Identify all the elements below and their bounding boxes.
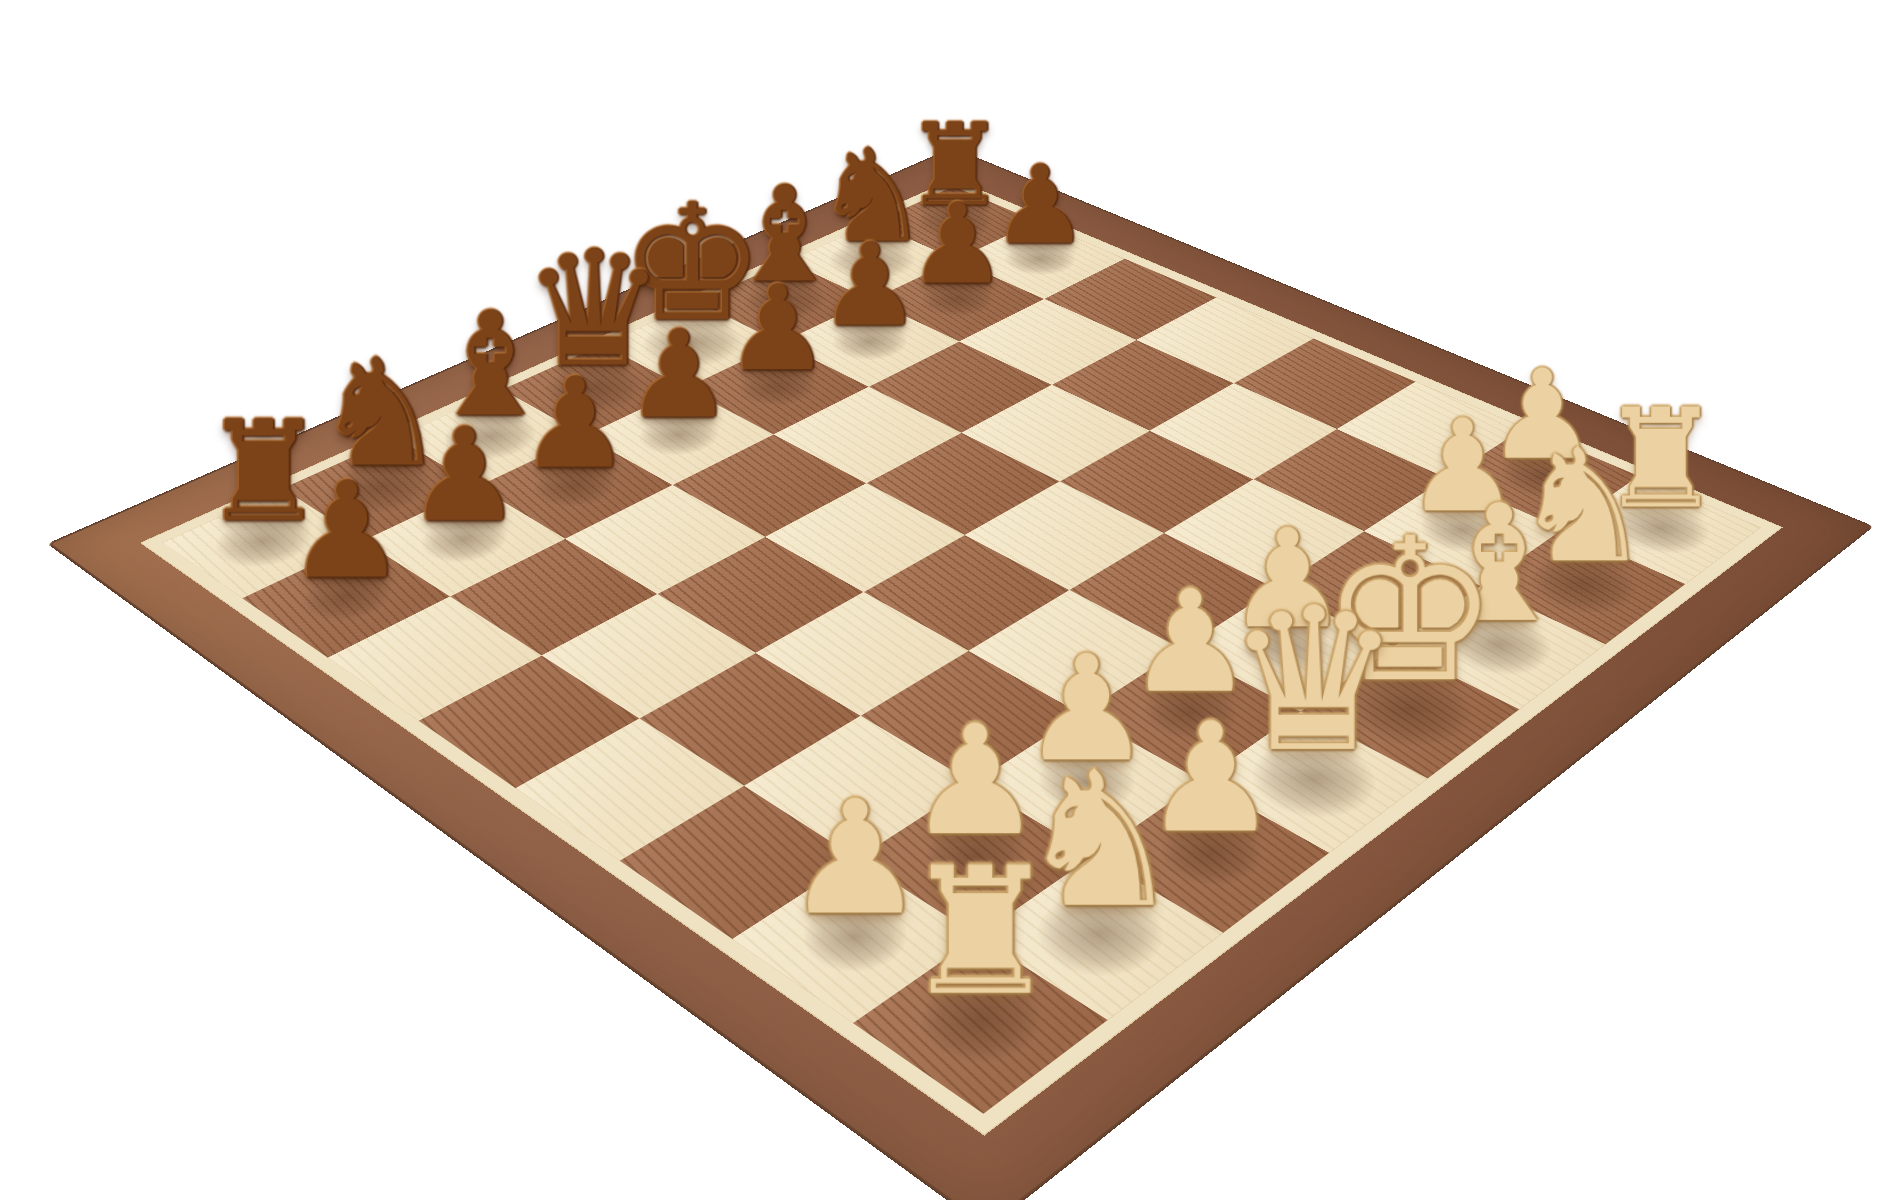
chessboard-grid xyxy=(163,186,1761,1113)
chessboard-maple-strip: ♜♞♝♛♚♝♞♜♟♟♟♟♟♟♟♟♟♟♟♟♟♟♟♜♞♟♛♚♝♞♜ xyxy=(140,179,1783,1136)
square-a1 xyxy=(853,936,1108,1114)
square-a8 xyxy=(163,489,364,599)
product-photo-scene: ♜♞♝♛♚♝♞♜♟♟♟♟♟♟♟♟♟♟♟♟♟♟♟♜♞♟♛♚♝♞♜ xyxy=(0,0,1889,1200)
square-h8 xyxy=(873,186,1037,259)
chessboard-walnut-border: ♜♞♝♛♚♝♞♜♟♟♟♟♟♟♟♟♟♟♟♟♟♟♟♜♞♟♛♚♝♞♜ xyxy=(48,148,1872,1200)
